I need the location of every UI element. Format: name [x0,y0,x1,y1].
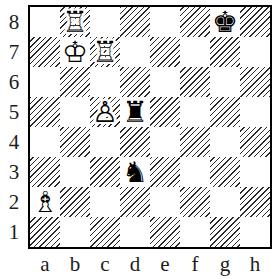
square-f1[interactable] [180,217,210,247]
square-g7[interactable] [210,37,240,67]
square-d6[interactable] [120,67,150,97]
square-f2[interactable] [180,187,210,217]
square-c4[interactable] [90,127,120,157]
square-b4[interactable] [60,127,90,157]
rank-label-4: 4 [2,127,26,157]
rank-label-5: 5 [2,97,26,127]
square-a6[interactable] [30,67,60,97]
square-d2[interactable] [120,187,150,217]
square-a3[interactable] [30,157,60,187]
square-a5[interactable] [30,97,60,127]
square-b7[interactable]: ♔ [60,37,90,67]
square-g1[interactable] [210,217,240,247]
square-a2[interactable]: ♗ [30,187,60,217]
square-b3[interactable] [60,157,90,187]
chess-diagram: ♖♚♔♖♙♜♞♗ 87654321 abcdefgh [0,0,279,279]
square-d7[interactable] [120,37,150,67]
square-g3[interactable] [210,157,240,187]
square-g5[interactable] [210,97,240,127]
square-g2[interactable] [210,187,240,217]
square-g4[interactable] [210,127,240,157]
square-h1[interactable] [240,217,270,247]
black-king[interactable]: ♚ [212,7,238,37]
square-b1[interactable] [60,217,90,247]
white-rook[interactable]: ♖ [62,7,88,37]
square-d3[interactable]: ♞ [120,157,150,187]
square-e8[interactable] [150,7,180,37]
square-c3[interactable] [90,157,120,187]
square-c5[interactable]: ♙ [90,97,120,127]
square-g6[interactable] [210,67,240,97]
rank-label-1: 1 [2,217,26,247]
file-label-h: h [240,251,270,277]
file-label-d: d [120,251,150,277]
square-h5[interactable] [240,97,270,127]
square-e4[interactable] [150,127,180,157]
square-c8[interactable] [90,7,120,37]
rank-label-2: 2 [2,187,26,217]
square-a8[interactable] [30,7,60,37]
file-label-f: f [180,251,210,277]
square-c7[interactable]: ♖ [90,37,120,67]
square-h7[interactable] [240,37,270,67]
rank-label-7: 7 [2,37,26,67]
square-d8[interactable] [120,7,150,37]
square-e2[interactable] [150,187,180,217]
square-f6[interactable] [180,67,210,97]
square-e6[interactable] [150,67,180,97]
square-f7[interactable] [180,37,210,67]
white-pawn[interactable]: ♙ [92,97,118,127]
square-e5[interactable] [150,97,180,127]
file-label-c: c [90,251,120,277]
square-d1[interactable] [120,217,150,247]
square-f5[interactable] [180,97,210,127]
square-h3[interactable] [240,157,270,187]
square-b5[interactable] [60,97,90,127]
square-a1[interactable] [30,217,60,247]
black-knight[interactable]: ♞ [122,157,148,187]
file-label-g: g [210,251,240,277]
square-b2[interactable] [60,187,90,217]
white-rook[interactable]: ♖ [92,37,118,67]
square-f8[interactable] [180,7,210,37]
square-g8[interactable]: ♚ [210,7,240,37]
square-d4[interactable] [120,127,150,157]
square-d5[interactable]: ♜ [120,97,150,127]
file-label-b: b [60,251,90,277]
square-e7[interactable] [150,37,180,67]
square-c2[interactable] [90,187,120,217]
chess-board: ♖♚♔♖♙♜♞♗ [28,5,272,249]
file-label-a: a [30,251,60,277]
square-f4[interactable] [180,127,210,157]
rank-label-8: 8 [2,7,26,37]
square-e3[interactable] [150,157,180,187]
white-bishop[interactable]: ♗ [32,187,58,217]
square-h8[interactable] [240,7,270,37]
square-e1[interactable] [150,217,180,247]
rank-label-6: 6 [2,67,26,97]
square-h4[interactable] [240,127,270,157]
black-rook[interactable]: ♜ [122,97,148,127]
square-h2[interactable] [240,187,270,217]
square-a4[interactable] [30,127,60,157]
rank-label-3: 3 [2,157,26,187]
square-b8[interactable]: ♖ [60,7,90,37]
file-label-e: e [150,251,180,277]
white-king[interactable]: ♔ [62,37,88,67]
square-b6[interactable] [60,67,90,97]
square-c6[interactable] [90,67,120,97]
square-f3[interactable] [180,157,210,187]
square-c1[interactable] [90,217,120,247]
square-a7[interactable] [30,37,60,67]
square-h6[interactable] [240,67,270,97]
